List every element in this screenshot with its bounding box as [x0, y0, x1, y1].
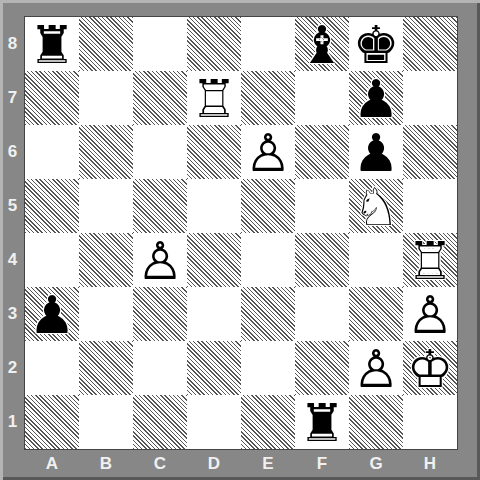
square-b1[interactable]: [79, 395, 133, 449]
rank-label-7: 7: [0, 71, 25, 125]
white-pawn-silhouette: ♟: [349, 341, 403, 395]
square-g6[interactable]: ♟♟: [349, 125, 403, 179]
square-f6[interactable]: [295, 125, 349, 179]
piece-black-king-g8[interactable]: ♚: [349, 17, 403, 71]
square-d4[interactable]: [187, 233, 241, 287]
white-rook-silhouette: ♜: [187, 71, 241, 125]
square-d1[interactable]: [187, 395, 241, 449]
square-a8[interactable]: ♜♜: [25, 17, 79, 71]
square-b8[interactable]: [79, 17, 133, 71]
file-label-A: A: [25, 449, 79, 480]
square-c8[interactable]: [133, 17, 187, 71]
square-h8[interactable]: [403, 17, 457, 71]
piece-white-rook-d7[interactable]: ♖: [187, 71, 241, 125]
square-d6[interactable]: [187, 125, 241, 179]
black-pawn-silhouette: ♟: [349, 71, 403, 125]
square-c2[interactable]: [133, 341, 187, 395]
white-knight-silhouette: ♞: [349, 179, 403, 233]
file-label-B: B: [79, 449, 133, 480]
square-g8[interactable]: ♚♚: [349, 17, 403, 71]
piece-white-knight-g5[interactable]: ♘: [349, 179, 403, 233]
square-h2[interactable]: ♚♔: [403, 341, 457, 395]
piece-black-rook-f1[interactable]: ♜: [295, 395, 349, 449]
square-f4[interactable]: [295, 233, 349, 287]
square-d3[interactable]: [187, 287, 241, 341]
rank-label-8: 8: [0, 17, 25, 71]
piece-black-pawn-a3[interactable]: ♟: [25, 287, 79, 341]
square-d2[interactable]: [187, 341, 241, 395]
piece-white-pawn-c4[interactable]: ♙: [133, 233, 187, 287]
square-g4[interactable]: [349, 233, 403, 287]
square-h6[interactable]: [403, 125, 457, 179]
square-c1[interactable]: [133, 395, 187, 449]
square-d7[interactable]: ♜♖: [187, 71, 241, 125]
piece-white-pawn-g2[interactable]: ♙: [349, 341, 403, 395]
white-pawn-silhouette: ♟: [133, 233, 187, 287]
square-h5[interactable]: [403, 179, 457, 233]
square-a1[interactable]: [25, 395, 79, 449]
square-e1[interactable]: [241, 395, 295, 449]
file-label-G: G: [349, 449, 403, 480]
square-e8[interactable]: [241, 17, 295, 71]
piece-white-pawn-h3[interactable]: ♙: [403, 287, 457, 341]
rank-label-5: 5: [0, 179, 25, 233]
square-a5[interactable]: [25, 179, 79, 233]
black-rook-silhouette: ♜: [295, 395, 349, 449]
square-g1[interactable]: [349, 395, 403, 449]
file-label-H: H: [403, 449, 457, 480]
black-pawn-silhouette: ♟: [25, 287, 79, 341]
white-pawn-silhouette: ♟: [241, 125, 295, 179]
piece-black-rook-a8[interactable]: ♜: [25, 17, 79, 71]
square-g2[interactable]: ♟♙: [349, 341, 403, 395]
file-label-E: E: [241, 449, 295, 480]
square-b6[interactable]: [79, 125, 133, 179]
chess-board: ♜♜♝♝♚♚♜♖♟♟♟♙♟♟♞♘♟♙♜♖♟♟♟♙♟♙♚♔♜♜: [25, 17, 457, 449]
square-g7[interactable]: ♟♟: [349, 71, 403, 125]
square-h7[interactable]: [403, 71, 457, 125]
black-pawn-silhouette: ♟: [349, 125, 403, 179]
black-king-silhouette: ♚: [349, 17, 403, 71]
rank-label-1: 1: [0, 395, 25, 449]
square-d8[interactable]: [187, 17, 241, 71]
rank-label-3: 3: [0, 287, 25, 341]
rank-label-2: 2: [0, 341, 25, 395]
square-b2[interactable]: [79, 341, 133, 395]
square-g3[interactable]: [349, 287, 403, 341]
square-b7[interactable]: [79, 71, 133, 125]
square-f8[interactable]: ♝♝: [295, 17, 349, 71]
square-g5[interactable]: ♞♘: [349, 179, 403, 233]
piece-black-pawn-g7[interactable]: ♟: [349, 71, 403, 125]
rank-label-4: 4: [0, 233, 25, 287]
board-frame: ♜♜♝♝♚♚♜♖♟♟♟♙♟♟♞♘♟♙♜♖♟♟♟♙♟♙♚♔♜♜ 87654321 …: [0, 0, 480, 480]
piece-white-pawn-e6[interactable]: ♙: [241, 125, 295, 179]
square-e4[interactable]: [241, 233, 295, 287]
square-f5[interactable]: [295, 179, 349, 233]
square-b5[interactable]: [79, 179, 133, 233]
square-c7[interactable]: [133, 71, 187, 125]
square-a6[interactable]: [25, 125, 79, 179]
square-h3[interactable]: ♟♙: [403, 287, 457, 341]
square-a2[interactable]: [25, 341, 79, 395]
piece-white-king-h2[interactable]: ♔: [403, 341, 457, 395]
square-d5[interactable]: [187, 179, 241, 233]
piece-black-pawn-g6[interactable]: ♟: [349, 125, 403, 179]
black-bishop-silhouette: ♝: [295, 17, 349, 71]
square-b4[interactable]: [79, 233, 133, 287]
file-label-C: C: [133, 449, 187, 480]
square-f7[interactable]: [295, 71, 349, 125]
piece-white-rook-h4[interactable]: ♖: [403, 233, 457, 287]
rank-label-6: 6: [0, 125, 25, 179]
square-c3[interactable]: [133, 287, 187, 341]
square-e7[interactable]: [241, 71, 295, 125]
square-f3[interactable]: [295, 287, 349, 341]
file-label-F: F: [295, 449, 349, 480]
square-b3[interactable]: [79, 287, 133, 341]
black-rook-silhouette: ♜: [25, 17, 79, 71]
white-rook-silhouette: ♜: [403, 233, 457, 287]
square-e5[interactable]: [241, 179, 295, 233]
square-e6[interactable]: ♟♙: [241, 125, 295, 179]
square-h4[interactable]: ♜♖: [403, 233, 457, 287]
square-f1[interactable]: ♜♜: [295, 395, 349, 449]
square-e2[interactable]: [241, 341, 295, 395]
white-pawn-silhouette: ♟: [403, 287, 457, 341]
square-a7[interactable]: [25, 71, 79, 125]
square-c5[interactable]: [133, 179, 187, 233]
square-f2[interactable]: [295, 341, 349, 395]
piece-black-bishop-f8[interactable]: ♝: [295, 17, 349, 71]
white-king-silhouette: ♚: [403, 341, 457, 395]
file-label-D: D: [187, 449, 241, 480]
square-a4[interactable]: [25, 233, 79, 287]
square-c6[interactable]: [133, 125, 187, 179]
square-e3[interactable]: [241, 287, 295, 341]
square-a3[interactable]: ♟♟: [25, 287, 79, 341]
square-h1[interactable]: [403, 395, 457, 449]
square-c4[interactable]: ♟♙: [133, 233, 187, 287]
